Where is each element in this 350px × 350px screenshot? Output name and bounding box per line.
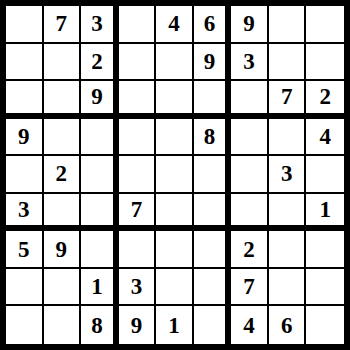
given-digit-r5c8[interactable]: 3 [269, 156, 307, 194]
cell-r4c8[interactable] [269, 119, 307, 157]
cell-r5c7[interactable] [231, 156, 269, 194]
cell-r2c4[interactable] [119, 44, 157, 82]
given-digit-r8c7[interactable]: 7 [231, 269, 269, 307]
cell-r7c4[interactable] [119, 231, 157, 269]
cell-r7c5[interactable] [156, 231, 194, 269]
cell-r8c1[interactable] [6, 269, 44, 307]
cell-r2c1[interactable] [6, 44, 44, 82]
cell-r5c9[interactable] [306, 156, 344, 194]
cell-r7c8[interactable] [269, 231, 307, 269]
given-digit-r6c1[interactable]: 3 [6, 194, 44, 232]
given-digit-r1c5[interactable]: 4 [156, 6, 194, 44]
cell-r7c9[interactable] [306, 231, 344, 269]
cell-r6c7[interactable] [231, 194, 269, 232]
given-digit-r1c6[interactable]: 6 [194, 6, 232, 44]
sudoku-puzzle: 734692939729842337159213789146 [0, 0, 350, 350]
cell-r4c3[interactable] [81, 119, 119, 157]
cell-r4c5[interactable] [156, 119, 194, 157]
given-digit-r7c1[interactable]: 5 [6, 231, 44, 269]
given-digit-r9c3[interactable]: 8 [81, 306, 119, 344]
given-digit-r4c1[interactable]: 9 [6, 119, 44, 157]
cell-r1c1[interactable] [6, 6, 44, 44]
given-digit-r8c4[interactable]: 3 [119, 269, 157, 307]
cell-r4c4[interactable] [119, 119, 157, 157]
given-digit-r7c2[interactable]: 9 [44, 231, 82, 269]
cell-r4c7[interactable] [231, 119, 269, 157]
cell-r5c1[interactable] [6, 156, 44, 194]
cell-r2c5[interactable] [156, 44, 194, 82]
cell-r2c2[interactable] [44, 44, 82, 82]
cell-r5c4[interactable] [119, 156, 157, 194]
given-digit-r5c2[interactable]: 2 [44, 156, 82, 194]
given-digit-r7c7[interactable]: 2 [231, 231, 269, 269]
cell-r2c8[interactable] [269, 44, 307, 82]
given-digit-r9c8[interactable]: 6 [269, 306, 307, 344]
given-digit-r1c3[interactable]: 3 [81, 6, 119, 44]
cell-r4c2[interactable] [44, 119, 82, 157]
given-digit-r4c6[interactable]: 8 [194, 119, 232, 157]
given-digit-r3c9[interactable]: 2 [306, 81, 344, 119]
cell-r9c2[interactable] [44, 306, 82, 344]
given-digit-r2c6[interactable]: 9 [194, 44, 232, 82]
given-digit-r2c7[interactable]: 3 [231, 44, 269, 82]
cell-r1c4[interactable] [119, 6, 157, 44]
cell-r8c2[interactable] [44, 269, 82, 307]
cell-r3c1[interactable] [6, 81, 44, 119]
cell-r1c8[interactable] [269, 6, 307, 44]
cell-r3c6[interactable] [194, 81, 232, 119]
cell-r9c1[interactable] [6, 306, 44, 344]
cell-r7c6[interactable] [194, 231, 232, 269]
cell-r2c9[interactable] [306, 44, 344, 82]
given-digit-r9c5[interactable]: 1 [156, 306, 194, 344]
cell-r5c5[interactable] [156, 156, 194, 194]
cell-r6c8[interactable] [269, 194, 307, 232]
given-digit-r9c7[interactable]: 4 [231, 306, 269, 344]
cell-r3c5[interactable] [156, 81, 194, 119]
cell-r3c7[interactable] [231, 81, 269, 119]
given-digit-r6c9[interactable]: 1 [306, 194, 344, 232]
cell-r3c2[interactable] [44, 81, 82, 119]
cell-r8c9[interactable] [306, 269, 344, 307]
given-digit-r8c3[interactable]: 1 [81, 269, 119, 307]
cell-r6c3[interactable] [81, 194, 119, 232]
given-digit-r2c3[interactable]: 2 [81, 44, 119, 82]
given-digit-r3c3[interactable]: 9 [81, 81, 119, 119]
cell-r5c6[interactable] [194, 156, 232, 194]
sudoku-board: 734692939729842337159213789146 [0, 0, 350, 350]
cell-r6c5[interactable] [156, 194, 194, 232]
cell-r1c9[interactable] [306, 6, 344, 44]
cell-r6c6[interactable] [194, 194, 232, 232]
given-digit-r3c8[interactable]: 7 [269, 81, 307, 119]
given-digit-r9c4[interactable]: 9 [119, 306, 157, 344]
cell-r9c6[interactable] [194, 306, 232, 344]
given-digit-r4c9[interactable]: 4 [306, 119, 344, 157]
cell-r9c9[interactable] [306, 306, 344, 344]
given-digit-r6c4[interactable]: 7 [119, 194, 157, 232]
cell-r7c3[interactable] [81, 231, 119, 269]
given-digit-r1c7[interactable]: 9 [231, 6, 269, 44]
cell-r8c8[interactable] [269, 269, 307, 307]
cell-r3c4[interactable] [119, 81, 157, 119]
cell-r8c6[interactable] [194, 269, 232, 307]
cell-r5c3[interactable] [81, 156, 119, 194]
cell-r8c5[interactable] [156, 269, 194, 307]
cell-r6c2[interactable] [44, 194, 82, 232]
given-digit-r1c2[interactable]: 7 [44, 6, 82, 44]
